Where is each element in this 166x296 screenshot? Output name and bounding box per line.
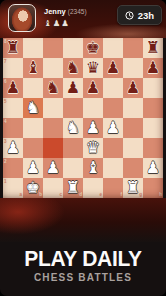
black-king: ♚ [83, 38, 103, 58]
square-f5[interactable] [103, 98, 123, 118]
banner-title: PLAY DAILY [0, 245, 166, 271]
rank-label-5: 5 [4, 99, 7, 104]
square-a2[interactable]: 2 [3, 158, 23, 178]
square-g7[interactable] [123, 58, 143, 78]
chess-app-screen: Jenny (2345) ♝♟♟ 23h ♜8♚♜7♝♞♛♟♟♟6♞♟♟♟5♞4… [0, 0, 166, 296]
file-label-c: c [59, 192, 62, 197]
player-rating: (2345) [68, 8, 87, 15]
black-knight: ♞ [43, 78, 63, 98]
square-h1[interactable]: h [143, 178, 163, 198]
captured-white-pawn-icon: ♟ [61, 18, 70, 28]
rank-label-6: 6 [4, 79, 7, 84]
square-h8[interactable]: ♜ [143, 38, 163, 58]
square-a3[interactable]: ♟3 [3, 138, 23, 158]
captured-white-pawn-icon: ♟ [53, 18, 62, 28]
white-pawn: ♟ [23, 158, 43, 178]
black-knight: ♞ [63, 58, 83, 78]
captured-pieces-tray: ♝♟♟ [44, 18, 114, 28]
rank-label-2: 2 [4, 159, 7, 164]
square-f6[interactable] [103, 78, 123, 98]
black-queen: ♛ [83, 58, 103, 78]
square-f2[interactable] [103, 158, 123, 178]
rank-label-8: 8 [4, 39, 7, 44]
square-e1[interactable]: e [83, 178, 103, 198]
square-b4[interactable] [23, 118, 43, 138]
square-e3[interactable]: ♛ [83, 138, 103, 158]
square-h7[interactable]: ♟ [143, 58, 163, 78]
square-h5[interactable] [143, 98, 163, 118]
clock-time: 23h [138, 10, 154, 21]
rank-label-4: 4 [4, 119, 7, 124]
square-h6[interactable] [143, 78, 163, 98]
file-label-e: e [99, 192, 102, 197]
square-c1[interactable]: c [43, 178, 63, 198]
top-clock: 23h [117, 5, 162, 25]
square-g5[interactable] [123, 98, 143, 118]
file-label-g: g [139, 192, 142, 197]
file-label-d: d [79, 192, 82, 197]
square-a8[interactable]: ♜8 [3, 38, 23, 58]
square-c3[interactable] [43, 138, 63, 158]
square-d2[interactable] [63, 158, 83, 178]
square-g4[interactable] [123, 118, 143, 138]
square-e5[interactable] [83, 98, 103, 118]
chess-board[interactable]: ♜8♚♜7♝♞♛♟♟♟6♞♟♟♟5♞4♞♟♟♟3♛2♟♟♝♟1a♚bc♜def♜… [3, 38, 163, 198]
square-b5[interactable]: ♞ [23, 98, 43, 118]
square-d8[interactable] [63, 38, 83, 58]
player-name: Jenny (2345) [44, 7, 114, 16]
square-a6[interactable]: ♟6 [3, 78, 23, 98]
square-d6[interactable]: ♟ [63, 78, 83, 98]
white-pawn: ♟ [143, 158, 163, 178]
square-c5[interactable] [43, 98, 63, 118]
top-player-bar: Jenny (2345) ♝♟♟ 23h [0, 0, 166, 38]
bottom-player-bar: Luke (2487) ♝♟♟ 3days [0, 198, 166, 242]
square-e4[interactable]: ♟ [83, 118, 103, 138]
square-c6[interactable]: ♞ [43, 78, 63, 98]
clock-icon [125, 6, 134, 24]
square-b1[interactable]: ♚b [23, 178, 43, 198]
rank-label-1: 1 [4, 179, 7, 184]
black-rook: ♜ [143, 38, 163, 58]
black-pawn: ♟ [83, 78, 103, 98]
square-b7[interactable]: ♝ [23, 58, 43, 78]
ad-banner: PLAY DAILY CHESS BATTLES [0, 242, 166, 296]
square-c2[interactable]: ♟ [43, 158, 63, 178]
square-d5[interactable] [63, 98, 83, 118]
avatar[interactable] [8, 4, 36, 32]
file-label-b: b [39, 192, 42, 197]
white-bishop: ♝ [83, 158, 103, 178]
square-c7[interactable] [43, 58, 63, 78]
square-d3[interactable] [63, 138, 83, 158]
top-player-info: Jenny (2345) ♝♟♟ [44, 7, 114, 28]
white-pawn: ♟ [43, 158, 63, 178]
square-g2[interactable] [123, 158, 143, 178]
square-a7[interactable]: 7 [3, 58, 23, 78]
square-f4[interactable]: ♟ [103, 118, 123, 138]
square-d7[interactable]: ♞ [63, 58, 83, 78]
rank-label-7: 7 [4, 59, 7, 64]
file-label-a: a [19, 192, 22, 197]
square-a1[interactable]: 1a [3, 178, 23, 198]
square-g8[interactable] [123, 38, 143, 58]
square-f3[interactable] [103, 138, 123, 158]
square-h3[interactable] [143, 138, 163, 158]
square-e8[interactable]: ♚ [83, 38, 103, 58]
file-label-h: h [159, 192, 162, 197]
square-b8[interactable] [23, 38, 43, 58]
square-a5[interactable]: 5 [3, 98, 23, 118]
square-f8[interactable] [103, 38, 123, 58]
white-pawn: ♟ [83, 118, 103, 138]
banner-subtitle: CHESS BATTLES [0, 272, 166, 283]
captured-white-bishop-icon: ♝ [44, 18, 53, 28]
file-label-f: f [121, 192, 123, 197]
black-pawn: ♟ [123, 78, 143, 98]
square-h4[interactable] [143, 118, 163, 138]
square-f7[interactable]: ♟ [103, 58, 123, 78]
white-knight: ♞ [63, 118, 83, 138]
black-pawn: ♟ [103, 58, 123, 78]
square-b3[interactable] [23, 138, 43, 158]
square-b2[interactable]: ♟ [23, 158, 43, 178]
white-knight: ♞ [23, 98, 43, 118]
rank-label-3: 3 [4, 139, 7, 144]
square-h2[interactable]: ♟ [143, 158, 163, 178]
square-a4[interactable]: 4 [3, 118, 23, 138]
square-e7[interactable]: ♛ [83, 58, 103, 78]
black-pawn: ♟ [63, 78, 83, 98]
black-bishop: ♝ [23, 58, 43, 78]
square-d4[interactable]: ♞ [63, 118, 83, 138]
square-f1[interactable]: f [103, 178, 123, 198]
square-e2[interactable]: ♝ [83, 158, 103, 178]
white-pawn: ♟ [103, 118, 123, 138]
white-queen: ♛ [83, 138, 103, 158]
square-b6[interactable] [23, 78, 43, 98]
square-c4[interactable] [43, 118, 63, 138]
square-c8[interactable] [43, 38, 63, 58]
black-pawn: ♟ [143, 58, 163, 78]
square-g3[interactable] [123, 138, 143, 158]
square-d1[interactable]: ♜d [63, 178, 83, 198]
square-e6[interactable]: ♟ [83, 78, 103, 98]
square-g1[interactable]: ♜g [123, 178, 143, 198]
square-g6[interactable]: ♟ [123, 78, 143, 98]
